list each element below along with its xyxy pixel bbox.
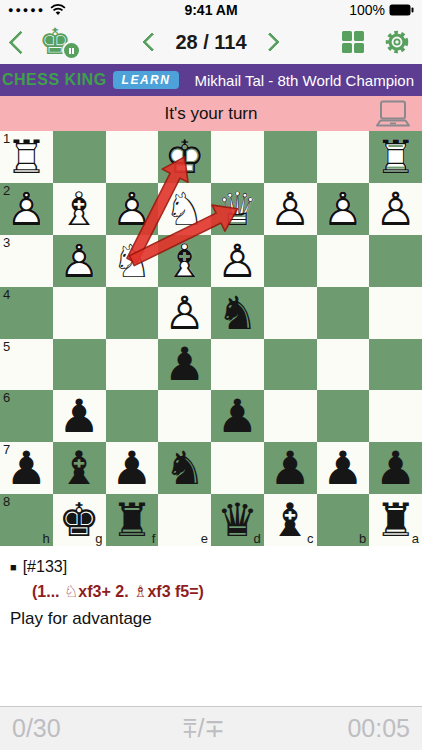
square-a8[interactable]: a♜: [369, 494, 422, 546]
file-label-h: h: [43, 531, 50, 546]
prev-puzzle-button[interactable]: [143, 32, 163, 52]
square-h2[interactable]: 2♟︎♙: [0, 183, 53, 235]
black-knight[interactable]: ♞: [158, 442, 211, 494]
battery-icon: [389, 4, 414, 16]
black-to-move-marker: ■: [10, 562, 17, 573]
computer-icon: [374, 100, 412, 128]
white-pawn[interactable]: ♟︎♙: [369, 183, 422, 235]
cell-signal-icon: ●●●●●: [8, 6, 45, 15]
square-f7[interactable]: ♟︎: [106, 442, 159, 494]
turn-banner: It's your turn: [0, 96, 422, 131]
white-king[interactable]: ♚♔: [158, 131, 211, 183]
square-g2[interactable]: ♝♗: [53, 183, 106, 235]
square-c7[interactable]: ♟︎: [264, 442, 317, 494]
black-pawn[interactable]: ♟︎: [211, 390, 264, 442]
square-g1[interactable]: [53, 131, 106, 183]
puzzle-counter: 28 / 114: [175, 31, 246, 54]
black-pawn[interactable]: ♟︎: [264, 442, 317, 494]
square-h6[interactable]: 6: [0, 390, 53, 442]
rank-label-6: 6: [3, 390, 10, 405]
status-bar: ●●●●● 9:41 AM 100%: [0, 0, 422, 20]
square-d1[interactable]: [211, 131, 264, 183]
puzzle-header: ■ [#133]: [10, 558, 412, 576]
target-evaluation: ⩱/∓: [183, 714, 226, 744]
score-counter: 0/30: [12, 714, 61, 743]
square-d2[interactable]: ♛♕: [211, 183, 264, 235]
chess-king-logo: ♚: [39, 23, 83, 61]
brand-title: CHESS KING: [2, 71, 107, 89]
solution-line: (1... ♘xf3+ 2. ♗xf3 f5=): [32, 582, 412, 601]
square-g3[interactable]: ♟︎♙: [53, 235, 106, 287]
white-knight[interactable]: ♞♘: [158, 183, 211, 235]
turn-message: It's your turn: [164, 104, 257, 124]
nav-left: ♚: [12, 23, 83, 61]
square-e2[interactable]: ♞♘: [158, 183, 211, 235]
square-d5[interactable]: [211, 339, 264, 391]
bottom-toolbar: 0/30 ⩱/∓ 00:05: [0, 706, 422, 750]
square-f1[interactable]: [106, 131, 159, 183]
white-bishop[interactable]: ♝♗: [158, 235, 211, 287]
square-g4[interactable]: [53, 287, 106, 339]
rank-label-3: 3: [3, 235, 10, 250]
square-e7[interactable]: ♞: [158, 442, 211, 494]
white-pawn[interactable]: ♟︎♙: [264, 183, 317, 235]
white-queen[interactable]: ♛♕: [211, 183, 264, 235]
square-h3[interactable]: 3: [0, 235, 53, 287]
nav-bar: ♚ 28 / 114: [0, 20, 422, 64]
black-rook[interactable]: ♜: [106, 494, 159, 546]
white-bishop[interactable]: ♝♗: [53, 183, 106, 235]
black-pawn[interactable]: ♟︎: [158, 339, 211, 391]
learn-badge: LEARN: [113, 71, 180, 89]
chess-board: 1♜♖♚♔♜♖2♟︎♙♝♗♟︎♙♞♘♛♕♟︎♙♟︎♙♟︎♙3♟︎♙♞♘♝♗♟︎♙…: [0, 131, 422, 546]
black-pawn[interactable]: ♟︎: [369, 442, 422, 494]
square-a1[interactable]: ♜♖: [369, 131, 422, 183]
white-pawn[interactable]: ♟︎♙: [106, 183, 159, 235]
square-e6[interactable]: [158, 390, 211, 442]
square-b3[interactable]: [317, 235, 370, 287]
square-e8[interactable]: e: [158, 494, 211, 546]
white-pawn[interactable]: ♟︎♙: [53, 235, 106, 287]
white-rook[interactable]: ♜♖: [369, 131, 422, 183]
course-title: Mikhail Tal - 8th World Champion: [194, 72, 414, 89]
back-button[interactable]: [8, 30, 32, 54]
square-h7[interactable]: 7♟︎: [0, 442, 53, 494]
black-knight[interactable]: ♞: [211, 287, 264, 339]
square-b4[interactable]: [317, 287, 370, 339]
black-pawn[interactable]: ♟︎: [106, 442, 159, 494]
square-h5[interactable]: 5: [0, 339, 53, 391]
square-c1[interactable]: [264, 131, 317, 183]
next-puzzle-button[interactable]: [260, 32, 280, 52]
square-f3[interactable]: ♞♘: [106, 235, 159, 287]
square-b5[interactable]: [317, 339, 370, 391]
square-a7[interactable]: ♟︎: [369, 442, 422, 494]
white-pawn[interactable]: ♟︎♙: [317, 183, 370, 235]
square-d4[interactable]: ♞: [211, 287, 264, 339]
rank-label-1: 1: [3, 131, 10, 146]
square-d7[interactable]: [211, 442, 264, 494]
square-f6[interactable]: [106, 390, 159, 442]
file-label-a: a: [412, 531, 419, 546]
square-e1[interactable]: ♚♔: [158, 131, 211, 183]
square-f5[interactable]: [106, 339, 159, 391]
square-g5[interactable]: [53, 339, 106, 391]
square-c8[interactable]: c♝: [264, 494, 317, 546]
brand-bar: CHESS KING LEARN Mikhail Tal - 8th World…: [0, 64, 422, 96]
white-pawn[interactable]: ♟︎♙: [158, 287, 211, 339]
annotation-panel: ■ [#133] (1... ♘xf3+ 2. ♗xf3 f5=) Play f…: [0, 546, 422, 706]
rank-label-5: 5: [3, 339, 10, 354]
square-b2[interactable]: ♟︎♙: [317, 183, 370, 235]
square-d6[interactable]: ♟︎: [211, 390, 264, 442]
square-f2[interactable]: ♟︎♙: [106, 183, 159, 235]
square-a6[interactable]: [369, 390, 422, 442]
square-a5[interactable]: [369, 339, 422, 391]
file-label-c: c: [307, 531, 314, 546]
square-b6[interactable]: [317, 390, 370, 442]
square-h4[interactable]: 4: [0, 287, 53, 339]
puzzle-number: [#133]: [23, 558, 67, 576]
square-c2[interactable]: ♟︎♙: [264, 183, 317, 235]
square-e3[interactable]: ♝♗: [158, 235, 211, 287]
square-d8[interactable]: d♛: [211, 494, 264, 546]
square-e4[interactable]: ♟︎♙: [158, 287, 211, 339]
square-c6[interactable]: [264, 390, 317, 442]
file-label-f: f: [152, 531, 156, 546]
square-e5[interactable]: ♟︎: [158, 339, 211, 391]
square-g7[interactable]: ♝: [53, 442, 106, 494]
square-h8[interactable]: 8h: [0, 494, 53, 546]
square-a2[interactable]: ♟︎♙: [369, 183, 422, 235]
square-c5[interactable]: [264, 339, 317, 391]
chess-king-app: ●●●●● 9:41 AM 100% ♚ 28 /: [0, 0, 422, 750]
square-b8[interactable]: b: [317, 494, 370, 546]
square-f4[interactable]: [106, 287, 159, 339]
square-a4[interactable]: [369, 287, 422, 339]
square-h1[interactable]: 1♜♖: [0, 131, 53, 183]
puzzle-list-grid-icon[interactable]: [342, 31, 364, 53]
nav-right: [342, 29, 410, 55]
white-pawn[interactable]: ♟︎♙: [211, 235, 264, 287]
rank-label-4: 4: [3, 287, 10, 302]
rank-label-2: 2: [3, 183, 10, 198]
square-g8[interactable]: g♚: [53, 494, 106, 546]
file-label-b: b: [359, 531, 366, 546]
settings-gear-icon[interactable]: [384, 29, 410, 55]
logo-badge-icon: [62, 41, 81, 60]
square-d3[interactable]: ♟︎♙: [211, 235, 264, 287]
task-instruction: Play for advantage: [10, 609, 412, 629]
file-label-d: d: [254, 531, 261, 546]
wifi-icon: [50, 4, 66, 16]
square-b7[interactable]: ♟︎: [317, 442, 370, 494]
square-g6[interactable]: ♟︎: [53, 390, 106, 442]
file-label-g: g: [95, 531, 102, 546]
square-f8[interactable]: f♜: [106, 494, 159, 546]
black-pawn[interactable]: ♟︎: [317, 442, 370, 494]
black-bishop[interactable]: ♝: [53, 442, 106, 494]
square-b1[interactable]: [317, 131, 370, 183]
battery-percent: 100%: [349, 2, 385, 18]
file-label-e: e: [201, 531, 208, 546]
square-a3[interactable]: [369, 235, 422, 287]
white-knight[interactable]: ♞♘: [106, 235, 159, 287]
status-left: ●●●●●: [8, 4, 66, 16]
rank-label-8: 8: [3, 494, 10, 509]
rank-label-7: 7: [3, 442, 10, 457]
square-c3[interactable]: [264, 235, 317, 287]
black-pawn[interactable]: ♟︎: [53, 390, 106, 442]
square-c4[interactable]: [264, 287, 317, 339]
elapsed-timer: 00:05: [347, 714, 410, 743]
status-right: 100%: [349, 2, 414, 18]
